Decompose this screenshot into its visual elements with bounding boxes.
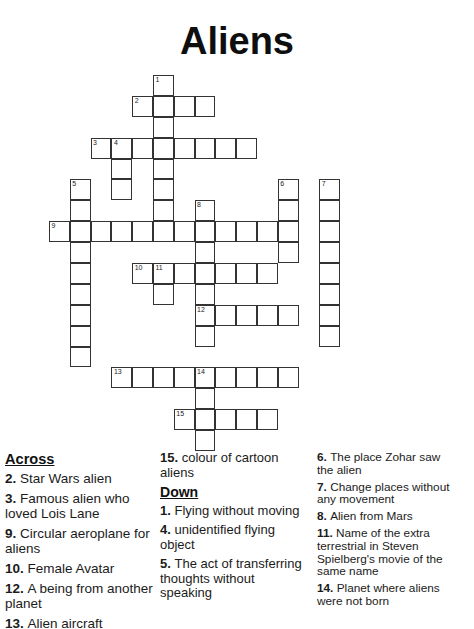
grid-cell[interactable] xyxy=(257,221,278,242)
grid-void xyxy=(278,117,299,138)
grid-cell[interactable] xyxy=(111,159,132,180)
clue-column-1: Across2. Star Wars alien3. Famous alien … xyxy=(5,451,155,629)
clue-7-down: 7. Change places without any movement xyxy=(317,481,457,507)
grid-void xyxy=(236,159,257,180)
grid-cell[interactable] xyxy=(195,221,216,242)
clue-text: Circular aeroplane for aliens xyxy=(5,526,150,556)
grid-cell[interactable] xyxy=(153,200,174,221)
grid-void xyxy=(91,200,112,221)
grid-void xyxy=(70,367,91,388)
grid-void xyxy=(91,96,112,117)
grid-void xyxy=(278,388,299,409)
clue-14-down: 14. Planet where aliens were not born xyxy=(317,582,457,608)
cell-number-label: 14 xyxy=(197,368,205,376)
grid-cell[interactable] xyxy=(195,284,216,305)
grid-void xyxy=(91,367,112,388)
grid-cell[interactable] xyxy=(319,263,340,284)
grid-void xyxy=(236,200,257,221)
across-header: Across xyxy=(5,452,155,467)
clue-12-across: 12. A being from another planet xyxy=(5,581,155,611)
clue-number: 10. xyxy=(5,561,28,576)
grid-cell[interactable]: 2 xyxy=(132,96,153,117)
grid-void xyxy=(132,347,153,368)
grid-cell[interactable] xyxy=(70,242,91,263)
clue-number: 13. xyxy=(5,616,28,629)
grid-void xyxy=(91,159,112,180)
grid-cell[interactable] xyxy=(195,409,216,430)
crossword-page: Aliens 123456789101112131415 Across2. St… xyxy=(0,0,474,629)
grid-void xyxy=(299,96,320,117)
grid-void xyxy=(278,284,299,305)
clue-text: Change places without any movement xyxy=(317,480,449,507)
grid-void xyxy=(70,430,91,451)
grid-void xyxy=(257,326,278,347)
grid-void xyxy=(319,388,340,409)
grid-void xyxy=(153,347,174,368)
grid-cell[interactable] xyxy=(319,326,340,347)
grid-void xyxy=(236,179,257,200)
grid-void xyxy=(236,117,257,138)
grid-void xyxy=(195,159,216,180)
grid-void xyxy=(278,409,299,430)
grid-cell[interactable]: 8 xyxy=(195,200,216,221)
grid-cell[interactable] xyxy=(70,347,91,368)
grid-void xyxy=(278,430,299,451)
grid-void xyxy=(132,388,153,409)
grid-void xyxy=(257,159,278,180)
grid-void xyxy=(215,75,236,96)
grid-void xyxy=(174,117,195,138)
clue-10-across: 10. Female Avatar xyxy=(5,561,155,576)
grid-cell[interactable] xyxy=(236,305,257,326)
clue-text: Female Avatar xyxy=(28,561,115,576)
grid-cell[interactable]: 7 xyxy=(319,179,340,200)
grid-void xyxy=(257,388,278,409)
grid-cell[interactable] xyxy=(236,138,257,159)
clue-15-across: 15. colour of cartoon aliens xyxy=(160,451,310,480)
grid-void xyxy=(111,263,132,284)
grid-void xyxy=(299,305,320,326)
grid-void xyxy=(174,284,195,305)
grid-void xyxy=(153,305,174,326)
grid-void xyxy=(215,159,236,180)
grid-void xyxy=(49,326,70,347)
grid-cell[interactable] xyxy=(195,96,216,117)
grid-cell[interactable] xyxy=(236,409,257,430)
clue-text: Star Wars alien xyxy=(20,471,112,486)
grid-void xyxy=(195,347,216,368)
grid-void xyxy=(153,326,174,347)
clue-2-across: 2. Star Wars alien xyxy=(5,471,155,486)
clue-text: The act of transferring thoughts without… xyxy=(160,556,302,600)
clue-number: 4. xyxy=(160,522,174,537)
grid-void xyxy=(215,388,236,409)
grid-void xyxy=(299,200,320,221)
grid-void xyxy=(91,326,112,347)
grid-cell[interactable] xyxy=(153,284,174,305)
grid-cell[interactable] xyxy=(174,221,195,242)
grid-void xyxy=(49,75,70,96)
cell-number-label: 8 xyxy=(197,201,201,209)
grid-void xyxy=(299,138,320,159)
cell-number-label: 7 xyxy=(322,180,326,188)
grid-void xyxy=(174,347,195,368)
grid-void xyxy=(111,430,132,451)
grid-void xyxy=(174,200,195,221)
grid-void xyxy=(132,159,153,180)
grid-void xyxy=(236,96,257,117)
clue-13-across: 13. Alien aircraft xyxy=(5,616,155,629)
grid-void xyxy=(111,388,132,409)
grid-void xyxy=(70,96,91,117)
grid-void xyxy=(49,430,70,451)
grid-void xyxy=(111,347,132,368)
grid-void xyxy=(132,284,153,305)
grid-void xyxy=(278,263,299,284)
grid-void xyxy=(174,326,195,347)
cell-number-label: 4 xyxy=(114,139,118,147)
grid-void xyxy=(174,179,195,200)
grid-void xyxy=(236,347,257,368)
grid-void xyxy=(49,179,70,200)
grid-void xyxy=(49,159,70,180)
grid-void xyxy=(257,347,278,368)
grid-void xyxy=(319,96,340,117)
grid-cell[interactable] xyxy=(111,179,132,200)
grid-void xyxy=(299,430,320,451)
grid-void xyxy=(49,347,70,368)
grid-cell[interactable] xyxy=(215,138,236,159)
grid-cell[interactable]: 9 xyxy=(49,221,70,242)
clue-number: 3. xyxy=(5,491,20,506)
grid-cell[interactable]: 14 xyxy=(195,367,216,388)
grid-cell[interactable] xyxy=(70,263,91,284)
grid-cell[interactable] xyxy=(132,138,153,159)
grid-cell[interactable] xyxy=(70,221,91,242)
grid-void xyxy=(215,96,236,117)
clue-number: 15. xyxy=(160,450,182,465)
grid-void xyxy=(299,326,320,347)
grid-void xyxy=(257,96,278,117)
grid-cell[interactable] xyxy=(257,305,278,326)
clue-6-down: 6. The place Zohar saw the alien xyxy=(317,451,457,477)
grid-cell[interactable]: 13 xyxy=(111,367,132,388)
grid-void xyxy=(319,138,340,159)
grid-cell[interactable] xyxy=(195,388,216,409)
grid-void xyxy=(215,347,236,368)
grid-void xyxy=(91,117,112,138)
grid-cell[interactable] xyxy=(257,409,278,430)
grid-void xyxy=(111,117,132,138)
cell-number-label: 3 xyxy=(93,139,97,147)
grid-void xyxy=(49,367,70,388)
clue-number: 8. xyxy=(317,509,330,523)
grid-cell[interactable] xyxy=(70,326,91,347)
grid-void xyxy=(111,96,132,117)
grid-cell[interactable] xyxy=(215,367,236,388)
grid-void xyxy=(91,263,112,284)
cell-number-label: 9 xyxy=(52,222,56,230)
grid-cell[interactable] xyxy=(153,221,174,242)
grid-void xyxy=(91,430,112,451)
grid-void xyxy=(132,179,153,200)
grid-void xyxy=(257,284,278,305)
grid-cell[interactable]: 12 xyxy=(195,305,216,326)
grid-void xyxy=(91,242,112,263)
clue-number: 1. xyxy=(160,503,174,518)
clue-9-across: 9. Circular aeroplane for aliens xyxy=(5,526,155,556)
grid-void xyxy=(49,242,70,263)
grid-void xyxy=(278,75,299,96)
grid-void xyxy=(299,179,320,200)
grid-cell[interactable] xyxy=(70,305,91,326)
grid-cell[interactable] xyxy=(70,284,91,305)
grid-void xyxy=(236,242,257,263)
grid-cell[interactable] xyxy=(195,263,216,284)
grid-cell[interactable] xyxy=(215,305,236,326)
grid-void xyxy=(215,117,236,138)
grid-void xyxy=(132,430,153,451)
grid-void xyxy=(278,326,299,347)
clue-column-3: 6. The place Zohar saw the alien7. Chang… xyxy=(317,451,457,612)
clue-3-across: 3. Famous alien who loved Lois Lane xyxy=(5,491,155,521)
clue-text: The place Zohar saw the alien xyxy=(317,450,440,477)
grid-cell[interactable] xyxy=(195,242,216,263)
grid-cell[interactable] xyxy=(174,138,195,159)
grid-void xyxy=(174,430,195,451)
grid-void xyxy=(111,409,132,430)
grid-void xyxy=(70,138,91,159)
clue-text: Flying without moving xyxy=(174,503,299,518)
grid-void xyxy=(111,284,132,305)
grid-void xyxy=(174,242,195,263)
grid-cell[interactable] xyxy=(236,263,257,284)
grid-cell[interactable] xyxy=(278,221,299,242)
grid-void xyxy=(236,284,257,305)
grid-void xyxy=(174,388,195,409)
grid-void xyxy=(132,75,153,96)
grid-void xyxy=(319,75,340,96)
cell-number-label: 1 xyxy=(155,76,159,84)
grid-void xyxy=(111,75,132,96)
grid-void xyxy=(132,305,153,326)
grid-void xyxy=(319,367,340,388)
grid-void xyxy=(111,242,132,263)
grid-void xyxy=(278,159,299,180)
grid-void xyxy=(111,200,132,221)
clue-4-down: 4. unidentified flying object xyxy=(160,523,310,552)
grid-void xyxy=(319,430,340,451)
grid-cell[interactable] xyxy=(319,242,340,263)
grid-void xyxy=(299,284,320,305)
grid-cell[interactable] xyxy=(319,200,340,221)
grid-void xyxy=(49,200,70,221)
grid-void xyxy=(195,117,216,138)
grid-void xyxy=(257,200,278,221)
grid-void xyxy=(299,388,320,409)
grid-cell[interactable] xyxy=(236,367,257,388)
grid-void xyxy=(236,430,257,451)
grid-cell[interactable]: 5 xyxy=(70,179,91,200)
clue-8-down: 8. Alien from Mars xyxy=(317,510,457,523)
clue-text: unidentified flying object xyxy=(160,522,275,552)
grid-void xyxy=(319,409,340,430)
grid-void xyxy=(49,138,70,159)
grid-cell[interactable] xyxy=(319,221,340,242)
grid-void xyxy=(132,326,153,347)
crossword-grid: 123456789101112131415 xyxy=(49,75,340,451)
grid-cell[interactable]: 1 xyxy=(153,75,174,96)
grid-void xyxy=(299,242,320,263)
grid-cell[interactable] xyxy=(319,305,340,326)
grid-void xyxy=(195,75,216,96)
grid-void xyxy=(70,117,91,138)
grid-void xyxy=(91,179,112,200)
grid-void xyxy=(319,117,340,138)
grid-cell[interactable] xyxy=(278,305,299,326)
grid-void xyxy=(215,430,236,451)
grid-cell[interactable] xyxy=(174,263,195,284)
grid-void xyxy=(215,179,236,200)
grid-void xyxy=(299,221,320,242)
grid-cell[interactable] xyxy=(111,221,132,242)
grid-void xyxy=(153,388,174,409)
clue-1-down: 1. Flying without moving xyxy=(160,504,310,519)
grid-cell[interactable] xyxy=(153,367,174,388)
grid-void xyxy=(153,242,174,263)
grid-cell[interactable]: 4 xyxy=(111,138,132,159)
grid-cell[interactable] xyxy=(70,200,91,221)
grid-void xyxy=(49,409,70,430)
grid-void xyxy=(91,388,112,409)
clue-text: Name of the extra terrestrial in Steven … xyxy=(317,526,443,578)
clue-text: Alien from Mars xyxy=(330,509,413,523)
down-header: Down xyxy=(160,485,310,500)
grid-void xyxy=(70,388,91,409)
grid-cell[interactable] xyxy=(174,367,195,388)
cell-number-label: 11 xyxy=(155,264,162,272)
grid-cell[interactable] xyxy=(319,284,340,305)
grid-void xyxy=(132,200,153,221)
grid-void xyxy=(236,326,257,347)
grid-void xyxy=(91,409,112,430)
grid-void xyxy=(299,159,320,180)
grid-cell[interactable]: 10 xyxy=(132,263,153,284)
grid-cell[interactable] xyxy=(215,409,236,430)
grid-cell[interactable] xyxy=(91,221,112,242)
clue-number: 12. xyxy=(5,581,28,596)
grid-void xyxy=(174,75,195,96)
grid-void xyxy=(257,179,278,200)
grid-void xyxy=(257,242,278,263)
grid-void xyxy=(153,409,174,430)
grid-void xyxy=(91,347,112,368)
grid-cell[interactable]: 15 xyxy=(174,409,195,430)
grid-cell[interactable] xyxy=(153,96,174,117)
grid-void xyxy=(299,409,320,430)
grid-void xyxy=(299,347,320,368)
grid-void xyxy=(278,96,299,117)
cell-number-label: 13 xyxy=(114,368,122,376)
clue-5-down: 5. The act of transferring thoughts with… xyxy=(160,557,310,601)
grid-void xyxy=(195,179,216,200)
grid-void xyxy=(174,159,195,180)
grid-void xyxy=(299,367,320,388)
grid-cell[interactable] xyxy=(257,367,278,388)
grid-void xyxy=(319,159,340,180)
cell-number-label: 6 xyxy=(280,180,284,188)
grid-cell[interactable] xyxy=(236,221,257,242)
grid-cell[interactable] xyxy=(278,200,299,221)
grid-void xyxy=(49,284,70,305)
grid-void xyxy=(91,75,112,96)
grid-void xyxy=(132,409,153,430)
grid-void xyxy=(70,159,91,180)
grid-void xyxy=(215,200,236,221)
grid-void xyxy=(215,242,236,263)
grid-void xyxy=(215,326,236,347)
grid-cell[interactable] xyxy=(153,159,174,180)
grid-cell[interactable] xyxy=(195,326,216,347)
grid-cell[interactable] xyxy=(215,221,236,242)
grid-void xyxy=(111,305,132,326)
grid-void xyxy=(49,305,70,326)
clue-number: 2. xyxy=(5,471,20,486)
grid-void xyxy=(174,305,195,326)
grid-cell[interactable] xyxy=(195,138,216,159)
grid-void xyxy=(70,75,91,96)
clue-11-down: 11. Name of the extra terrestrial in Ste… xyxy=(317,527,457,578)
grid-void xyxy=(257,138,278,159)
grid-cell[interactable] xyxy=(174,96,195,117)
grid-cell[interactable] xyxy=(257,263,278,284)
cell-number-label: 12 xyxy=(197,306,205,314)
grid-void xyxy=(278,138,299,159)
grid-void xyxy=(257,75,278,96)
clue-number: 5. xyxy=(160,556,174,571)
grid-void xyxy=(299,75,320,96)
grid-cell[interactable]: 11 xyxy=(153,263,174,284)
clue-text: A being from another planet xyxy=(5,581,153,611)
grid-void xyxy=(153,430,174,451)
cell-number-label: 10 xyxy=(135,264,143,272)
grid-void xyxy=(132,242,153,263)
grid-void xyxy=(49,117,70,138)
grid-void xyxy=(278,347,299,368)
grid-cell[interactable] xyxy=(153,138,174,159)
grid-cell[interactable] xyxy=(278,367,299,388)
grid-cell[interactable] xyxy=(153,117,174,138)
grid-void xyxy=(299,117,320,138)
grid-cell[interactable]: 3 xyxy=(91,138,112,159)
grid-void xyxy=(91,305,112,326)
cell-number-label: 15 xyxy=(176,410,184,418)
grid-cell[interactable] xyxy=(278,242,299,263)
clue-text: Alien aircraft xyxy=(28,616,103,629)
grid-void xyxy=(257,117,278,138)
grid-cell[interactable]: 6 xyxy=(278,179,299,200)
grid-cell[interactable] xyxy=(215,263,236,284)
grid-void xyxy=(236,388,257,409)
grid-void xyxy=(299,263,320,284)
grid-void xyxy=(49,388,70,409)
cell-number-label: 2 xyxy=(135,97,139,105)
grid-cell[interactable] xyxy=(153,179,174,200)
grid-cell[interactable] xyxy=(195,430,216,451)
grid-void xyxy=(215,284,236,305)
grid-cell[interactable] xyxy=(132,221,153,242)
grid-cell[interactable] xyxy=(132,367,153,388)
